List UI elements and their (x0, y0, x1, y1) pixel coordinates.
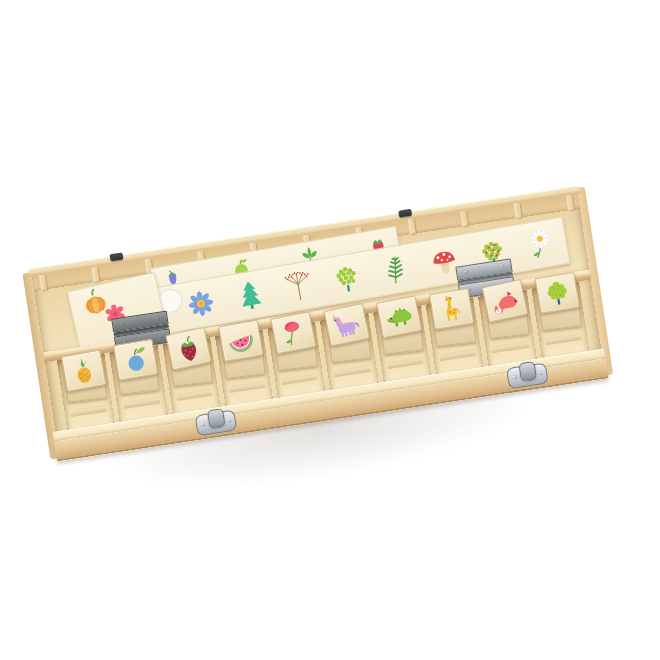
compartment-2[interactable] (110, 345, 168, 421)
pine-tree-icon (232, 278, 267, 313)
tile-poppy-flower[interactable] (271, 311, 317, 354)
tile-tree[interactable] (534, 272, 579, 314)
compartment-10[interactable] (531, 282, 589, 358)
clasp-hook (518, 361, 537, 381)
tree-icon (541, 277, 573, 309)
compartment-9[interactable] (478, 290, 536, 366)
product-photo-scene (0, 0, 660, 660)
fox-icon (488, 284, 521, 317)
lid-divider-tab (39, 274, 47, 290)
clasp-hook (207, 408, 226, 428)
poppy-flower-icon (277, 316, 310, 349)
pineapple-icon (68, 354, 100, 386)
lid-divider-tab (460, 211, 468, 227)
compartment-8[interactable] (426, 297, 484, 373)
compartment-6[interactable] (320, 313, 378, 389)
watermelon-icon (225, 325, 257, 357)
daisy-icon (523, 227, 558, 262)
compartment-3[interactable] (162, 337, 220, 413)
fern-icon (378, 252, 413, 287)
compartment-7[interactable] (373, 305, 431, 381)
tile-crocodile[interactable] (376, 295, 422, 338)
compartment-4[interactable] (215, 329, 273, 405)
tile-pineapple[interactable] (61, 349, 107, 391)
lid-divider-tab (92, 266, 100, 282)
dill-flower-icon (281, 269, 316, 304)
lid-divider-tab (566, 195, 574, 211)
giraffe-icon (436, 293, 468, 325)
strawberry-icon (172, 332, 205, 365)
plum-icon (120, 343, 152, 375)
compartment-5[interactable] (268, 321, 326, 397)
tile-watermelon[interactable] (218, 320, 263, 362)
compartment-1[interactable] (57, 353, 115, 429)
lid-divider-tab (513, 203, 521, 219)
lid-divider-tab (408, 219, 416, 235)
unicorn-icon (330, 308, 363, 341)
tile-plum[interactable] (113, 339, 158, 381)
bushy-tree-icon (329, 261, 364, 296)
crocodile-icon (383, 300, 416, 333)
tile-giraffe[interactable] (429, 288, 474, 330)
